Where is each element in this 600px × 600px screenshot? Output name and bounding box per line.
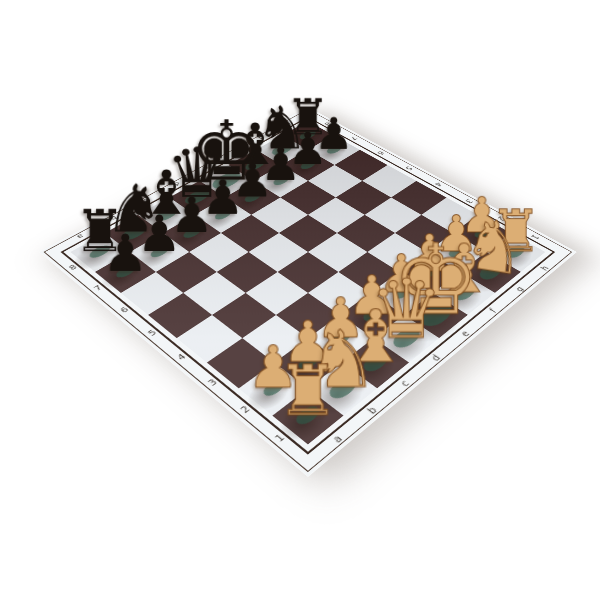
black-pawn-a7[interactable]: ♟	[102, 228, 148, 279]
board-scene: aabbccddeeffgghh1122334455667788♜♞♝♛♚♝♞♜…	[0, 0, 600, 600]
photo-background: aabbccddeeffgghh1122334455667788♜♞♝♛♚♝♞♜…	[0, 0, 600, 600]
white-rook-a1[interactable]: ♜	[277, 356, 339, 426]
chess-board: aabbccddeeffgghh1122334455667788♜♞♝♛♚♝♞♜…	[39, 107, 576, 477]
